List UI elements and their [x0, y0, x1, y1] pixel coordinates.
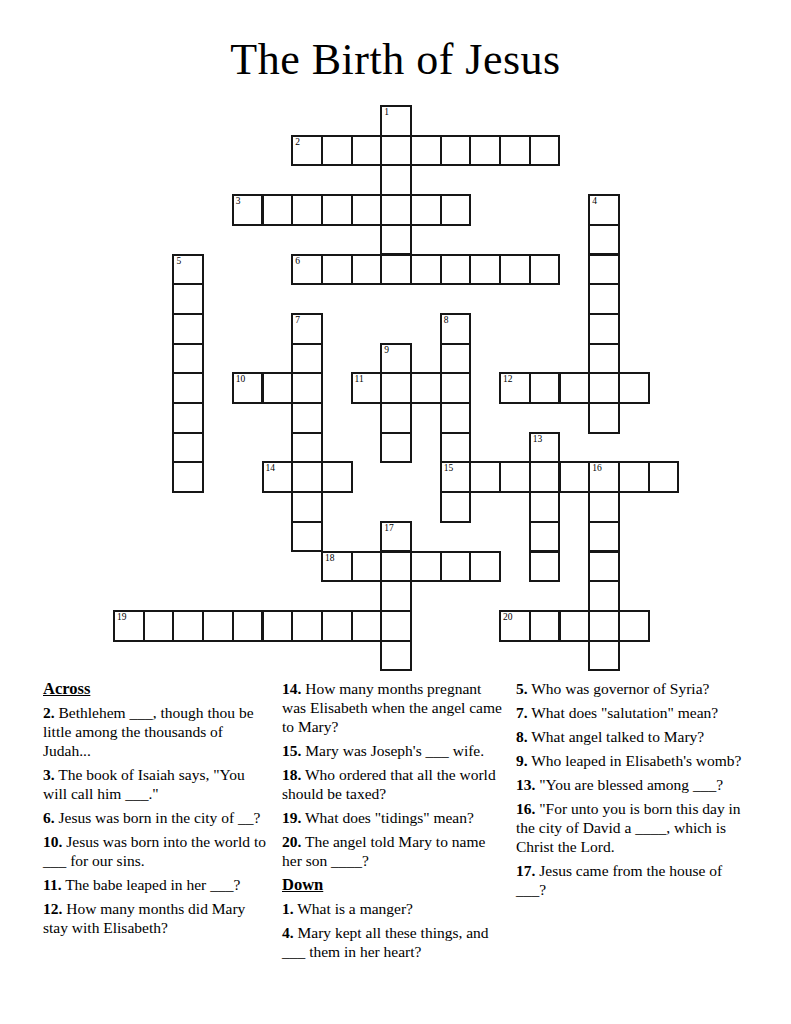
clue-9: 9. Who leaped in Elisabeth's womb?	[516, 751, 742, 770]
grid-cell[interactable]: 8	[440, 313, 472, 345]
grid-cell[interactable]	[380, 640, 412, 672]
clue-6: 6. Jesus was born in the city of __?	[43, 808, 272, 827]
clue-number: 8.	[516, 728, 528, 745]
clue-column: 14. How many months pregnant was Elisabe…	[282, 679, 505, 966]
clue-column: 5. Who was governor of Syria?7. What doe…	[516, 679, 742, 904]
grid-cell[interactable]	[172, 402, 204, 434]
grid-cell[interactable]	[529, 254, 561, 286]
grid-cell[interactable]	[291, 432, 323, 464]
grid-cell[interactable]	[588, 640, 620, 672]
grid-cell[interactable]	[499, 135, 531, 167]
clue-number: 19.	[282, 809, 301, 826]
cell-number: 16	[592, 463, 602, 474]
grid-cell[interactable]	[380, 372, 412, 404]
grid-cell[interactable]	[351, 610, 383, 642]
clue-19: 19. What does "tidings" mean?	[282, 808, 505, 827]
grid-cell[interactable]	[410, 372, 442, 404]
grid-cell[interactable]	[291, 402, 323, 434]
clue-number: 18.	[282, 766, 301, 783]
grid-cell[interactable]	[262, 372, 294, 404]
grid-cell[interactable]: 15	[440, 461, 472, 493]
clue-number: 20.	[282, 833, 301, 850]
clue-number: 10.	[43, 833, 62, 850]
grid-cell[interactable]	[351, 135, 383, 167]
clue-12: 12. How many months did Mary stay with E…	[43, 899, 272, 937]
clue-16: 16. "For unto you is born this day in th…	[516, 799, 742, 856]
clue-number: 3.	[43, 766, 55, 783]
grid-cell[interactable]	[529, 461, 561, 493]
clue-2: 2. Bethlehem ___, though thou be little …	[43, 703, 272, 760]
grid-cell[interactable]	[410, 135, 442, 167]
grid-cell[interactable]	[321, 461, 353, 493]
cell-number: 10	[236, 374, 246, 385]
clue-list-header-down: Down	[282, 875, 505, 895]
clue-11: 11. The babe leaped in her ___?	[43, 875, 272, 894]
grid-cell[interactable]	[291, 610, 323, 642]
clue-number: 1.	[282, 900, 294, 917]
grid-cell[interactable]	[588, 521, 620, 553]
grid-cell[interactable]	[588, 551, 620, 583]
cell-number: 8	[444, 315, 449, 326]
grid-cell[interactable]	[440, 402, 472, 434]
grid-cell[interactable]	[351, 254, 383, 286]
clue-number: 9.	[516, 752, 528, 769]
grid-cell[interactable]	[291, 372, 323, 404]
grid-cell[interactable]: 4	[588, 194, 620, 226]
cell-number: 4	[592, 196, 597, 207]
grid-cell[interactable]: 11	[351, 372, 383, 404]
grid-cell[interactable]	[588, 343, 620, 375]
clue-number: 2.	[43, 704, 55, 721]
cell-number: 15	[444, 463, 454, 474]
cell-number: 20	[503, 612, 513, 623]
grid-cell[interactable]	[380, 164, 412, 196]
grid-cell[interactable]: 7	[291, 313, 323, 345]
grid-cell[interactable]	[529, 610, 561, 642]
grid-cell[interactable]	[588, 283, 620, 315]
clue-10: 10. Jesus was born into the world to ___…	[43, 832, 272, 870]
grid-cell[interactable]	[380, 551, 412, 583]
grid-cell[interactable]	[559, 461, 591, 493]
grid-cell[interactable]	[321, 135, 353, 167]
grid-cell[interactable]	[469, 461, 501, 493]
grid-cell[interactable]	[232, 610, 264, 642]
clue-20: 20. The angel told Mary to name her son …	[282, 832, 505, 870]
grid-cell[interactable]	[440, 254, 472, 286]
cell-number: 2	[295, 137, 300, 148]
clue-number: 11.	[43, 876, 62, 893]
clue-number: 17.	[516, 862, 535, 879]
grid-cell[interactable]: 20	[499, 610, 531, 642]
grid-cell[interactable]	[262, 610, 294, 642]
grid-cell[interactable]	[588, 491, 620, 523]
grid-cell[interactable]	[291, 194, 323, 226]
grid-cell[interactable]: 9	[380, 343, 412, 375]
clue-list-header-across: Across	[43, 679, 272, 699]
grid-cell[interactable]	[440, 343, 472, 375]
clue-8: 8. What angel talked to Mary?	[516, 727, 742, 746]
clue-column: Across2. Bethlehem ___, though thou be l…	[43, 679, 272, 942]
grid-cell[interactable]	[499, 254, 531, 286]
grid-cell[interactable]	[588, 402, 620, 434]
clue-5: 5. Who was governor of Syria?	[516, 679, 742, 698]
grid-cell[interactable]	[380, 224, 412, 256]
grid-cell[interactable]	[440, 372, 472, 404]
grid-cell[interactable]	[469, 254, 501, 286]
grid-cell[interactable]	[172, 610, 204, 642]
grid-cell[interactable]	[172, 432, 204, 464]
grid-cell[interactable]: 14	[262, 461, 294, 493]
grid-cell[interactable]	[321, 610, 353, 642]
grid-cell[interactable]: 17	[380, 521, 412, 553]
grid-cell[interactable]	[588, 313, 620, 345]
cell-number: 19	[117, 612, 127, 623]
puzzle-title: The Birth of Jesus	[0, 34, 791, 85]
grid-cell[interactable]: 3	[232, 194, 264, 226]
clue-4: 4. Mary kept all these things, and ___ t…	[282, 923, 505, 961]
grid-cell[interactable]	[618, 461, 650, 493]
grid-cell[interactable]	[499, 461, 531, 493]
grid-cell[interactable]	[618, 372, 650, 404]
grid-cell[interactable]: 5	[172, 254, 204, 286]
cell-number: 6	[295, 256, 300, 267]
grid-cell[interactable]	[529, 372, 561, 404]
grid-cell[interactable]	[172, 283, 204, 315]
grid-cell[interactable]	[559, 372, 591, 404]
grid-cell[interactable]	[440, 194, 472, 226]
grid-cell[interactable]: 1	[380, 105, 412, 137]
grid-cell[interactable]	[440, 135, 472, 167]
clue-number: 14.	[282, 680, 301, 697]
grid-cell[interactable]	[380, 135, 412, 167]
cell-number: 13	[533, 434, 543, 445]
grid-cell[interactable]	[380, 580, 412, 612]
clue-number: 7.	[516, 704, 528, 721]
cell-number: 5	[176, 256, 181, 267]
grid-cell[interactable]	[380, 194, 412, 226]
grid-cell[interactable]	[588, 254, 620, 286]
grid-cell[interactable]: 12	[499, 372, 531, 404]
grid-cell[interactable]	[410, 551, 442, 583]
grid-cell[interactable]	[380, 402, 412, 434]
grid-cell[interactable]: 16	[588, 461, 620, 493]
cell-number: 9	[384, 345, 389, 356]
cell-number: 12	[503, 374, 513, 385]
grid-cell[interactable]: 13	[529, 432, 561, 464]
grid-cell[interactable]	[559, 610, 591, 642]
cell-number: 17	[384, 523, 394, 534]
grid-cell[interactable]	[351, 551, 383, 583]
cell-number: 1	[384, 107, 389, 118]
clue-number: 16.	[516, 800, 535, 817]
grid-cell[interactable]	[588, 372, 620, 404]
grid-cell[interactable]	[291, 491, 323, 523]
grid-cell[interactable]	[588, 610, 620, 642]
clue-13: 13. "You are blessed among ___?	[516, 775, 742, 794]
grid-cell[interactable]	[321, 194, 353, 226]
grid-cell[interactable]	[291, 461, 323, 493]
grid-cell[interactable]: 18	[321, 551, 353, 583]
grid-cell[interactable]	[380, 432, 412, 464]
clue-1: 1. What is a manger?	[282, 899, 505, 918]
clue-15: 15. Mary was Joseph's ___ wife.	[282, 741, 505, 760]
crossword-grid: 1234567891011121314151617181920	[113, 105, 680, 672]
grid-cell[interactable]	[321, 254, 353, 286]
cell-number: 7	[295, 315, 300, 326]
cell-number: 14	[266, 463, 276, 474]
grid-cell[interactable]	[529, 491, 561, 523]
clue-number: 12.	[43, 900, 62, 917]
grid-cell[interactable]	[469, 551, 501, 583]
clue-3: 3. The book of Isaiah says, "You will ca…	[43, 765, 272, 803]
grid-cell[interactable]: 2	[291, 135, 323, 167]
grid-cell[interactable]	[469, 135, 501, 167]
grid-cell[interactable]	[202, 610, 234, 642]
cell-number: 18	[325, 553, 335, 564]
grid-cell[interactable]	[291, 521, 323, 553]
grid-cell[interactable]	[529, 551, 561, 583]
grid-cell[interactable]: 6	[291, 254, 323, 286]
grid-cell[interactable]	[172, 461, 204, 493]
cell-number: 11	[355, 374, 364, 385]
grid-cell[interactable]	[440, 551, 472, 583]
clue-number: 15.	[282, 742, 301, 759]
crossword-worksheet-page: The Birth of Jesus 123456789101112131415…	[0, 0, 791, 1024]
grid-cell[interactable]	[648, 461, 680, 493]
grid-cell[interactable]	[440, 432, 472, 464]
cell-number: 3	[236, 196, 241, 207]
grid-cell[interactable]	[172, 343, 204, 375]
clue-7: 7. What does "salutation" mean?	[516, 703, 742, 722]
clue-number: 4.	[282, 924, 294, 941]
grid-cell[interactable]	[410, 194, 442, 226]
grid-cell[interactable]: 19	[113, 610, 145, 642]
grid-cell[interactable]: 10	[232, 372, 264, 404]
grid-cell[interactable]	[143, 610, 175, 642]
clue-18: 18. Who ordered that all the world shoul…	[282, 765, 505, 803]
clue-number: 6.	[43, 809, 55, 826]
clue-14: 14. How many months pregnant was Elisabe…	[282, 679, 505, 736]
grid-cell[interactable]	[262, 194, 294, 226]
grid-cell[interactable]	[588, 580, 620, 612]
grid-cell[interactable]	[380, 254, 412, 286]
grid-cell[interactable]	[588, 224, 620, 256]
grid-cell[interactable]	[172, 313, 204, 345]
grid-cell[interactable]	[380, 610, 412, 642]
grid-cell[interactable]	[529, 521, 561, 553]
clue-17: 17. Jesus came from the house of ___?	[516, 861, 742, 899]
grid-cell[interactable]	[618, 610, 650, 642]
grid-cell[interactable]	[440, 491, 472, 523]
clue-number: 5.	[516, 680, 528, 697]
grid-cell[interactable]	[351, 194, 383, 226]
grid-cell[interactable]	[172, 372, 204, 404]
grid-cell[interactable]	[410, 254, 442, 286]
grid-cell[interactable]	[291, 343, 323, 375]
grid-cell[interactable]	[529, 135, 561, 167]
clue-number: 13.	[516, 776, 535, 793]
